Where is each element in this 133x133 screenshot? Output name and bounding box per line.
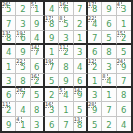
cell-r6c1[interactable]: 3: [2, 74, 16, 88]
digit-r8c6: 5: [77, 105, 82, 114]
cell-r6c7[interactable]: 1: [88, 74, 102, 88]
digit-r7c6: 9: [77, 91, 82, 100]
cell-r7c1[interactable]: 6: [2, 88, 16, 102]
digit-r8c9: 6: [121, 105, 126, 114]
cell-r9c2[interactable]: 41: [16, 117, 30, 131]
cell-r5c3[interactable]: 6: [31, 59, 45, 73]
digit-r9c5: 7: [63, 120, 68, 129]
digit-r6c9: 7: [121, 76, 126, 85]
digit-r9c6: 8: [77, 120, 82, 129]
cell-r6c3[interactable]: 162: [31, 74, 45, 88]
cell-r3c7[interactable]: 7: [88, 31, 102, 45]
digit-r8c7: 9: [92, 105, 97, 114]
digit-r4c6: 3: [77, 48, 82, 57]
cell-r2c9[interactable]: 1: [117, 16, 131, 30]
digit-r2c6: 2: [77, 19, 82, 28]
digit-r6c3: 2: [34, 76, 39, 85]
digit-r7c8: 1: [106, 91, 111, 100]
digit-r3c9: 2: [121, 33, 126, 42]
digit-r4c5: 2: [63, 48, 68, 57]
digit-r5c9: 9: [121, 62, 126, 71]
cell-r9c5[interactable]: 7: [59, 117, 73, 131]
digit-r7c9: 8: [121, 91, 126, 100]
digit-r7c2: 7: [20, 91, 25, 100]
digit-r3c8: 5: [106, 33, 111, 42]
digit-r9c1: 9: [6, 120, 11, 129]
digit-r4c8: 8: [106, 48, 111, 57]
cell-r3c9[interactable]: 152: [117, 31, 131, 45]
cell-r3c2[interactable]: 196: [16, 31, 30, 45]
digit-r5c5: 8: [63, 62, 68, 71]
digit-r9c9: 4: [121, 120, 126, 129]
digit-r7c1: 6: [6, 91, 11, 100]
cell-r1c2[interactable]: 2: [16, 2, 30, 16]
cell-r3c1[interactable]: 138: [2, 31, 16, 45]
digit-r3c3: 4: [34, 33, 39, 42]
digit-r6c1: 3: [6, 76, 11, 85]
digit-r4c2: 9: [20, 48, 25, 57]
digit-r8c1: 2: [6, 105, 11, 114]
digit-r7c4: 2: [49, 91, 54, 100]
cell-r8c2[interactable]: 4: [16, 102, 30, 116]
digit-r7c3: 5: [34, 91, 39, 100]
digit-r3c1: 8: [6, 33, 11, 42]
cell-r2c7[interactable]: 224: [88, 16, 102, 30]
digit-r1c7: 8: [92, 5, 97, 14]
cell-r4c4[interactable]: 1: [45, 45, 59, 59]
cell-r9c4[interactable]: 6: [45, 117, 59, 131]
cell-r5c2[interactable]: 225: [16, 59, 30, 73]
cell-r8c5[interactable]: 1: [59, 102, 73, 116]
cell-r7c3[interactable]: 5: [31, 88, 45, 102]
digit-r4c3: 7: [34, 48, 39, 57]
digit-r5c6: 4: [77, 62, 82, 71]
digit-r8c2: 4: [20, 105, 25, 114]
cell-r6c2[interactable]: 8: [16, 74, 30, 88]
cell-r1c1[interactable]: 265: [2, 2, 16, 16]
cell-r7c6[interactable]: 149: [74, 88, 88, 102]
cell-r7c2[interactable]: 267: [16, 88, 30, 102]
digit-r2c3: 9: [34, 19, 39, 28]
digit-r1c3: 1: [34, 5, 39, 14]
cell-r2c6[interactable]: 2: [74, 16, 88, 30]
cell-r1c3[interactable]: 51: [31, 2, 45, 16]
digit-r2c2: 3: [20, 19, 25, 28]
cell-r4c3[interactable]: 147: [31, 45, 45, 59]
cell-r1c8[interactable]: 9: [102, 2, 116, 16]
cell-r3c5[interactable]: 3: [59, 31, 73, 45]
digit-r8c5: 1: [63, 105, 68, 114]
cell-r8c8[interactable]: 7: [102, 102, 116, 116]
cell-r2c2[interactable]: 3: [16, 16, 30, 30]
cell-r6c6[interactable]: 6: [74, 74, 88, 88]
digit-r2c9: 1: [121, 19, 126, 28]
cell-r4c6[interactable]: 3: [74, 45, 88, 59]
cell-r8c6[interactable]: 5: [74, 102, 88, 116]
digit-r9c2: 1: [20, 120, 25, 129]
cell-r5c1[interactable]: 1: [2, 59, 16, 73]
cell-r7c8[interactable]: 1: [102, 88, 116, 102]
cell-r9c8[interactable]: 2: [102, 117, 116, 131]
cell-r4c8[interactable]: 8: [102, 45, 116, 59]
cell-r4c9[interactable]: 5: [117, 45, 131, 59]
cell-r2c4[interactable]: 178: [45, 16, 59, 30]
cell-r1c9[interactable]: 43: [117, 2, 131, 16]
digit-r4c1: 4: [6, 48, 11, 57]
digit-r7c7: 3: [92, 91, 97, 100]
digit-r2c7: 4: [92, 19, 97, 28]
cell-r4c1[interactable]: 4: [2, 45, 16, 59]
digit-r7c5: 4: [63, 91, 68, 100]
digit-r4c9: 5: [121, 48, 126, 57]
digit-r1c1: 5: [6, 5, 11, 14]
cell-r6c4[interactable]: 5: [45, 74, 59, 88]
cell-r3c6[interactable]: 1: [74, 31, 88, 45]
cell-r5c5[interactable]: 8: [59, 59, 73, 73]
digit-r1c5: 6: [63, 5, 68, 14]
digit-r2c5: 5: [63, 19, 68, 28]
cell-r3c3[interactable]: 4: [31, 31, 45, 45]
digit-r9c3: 3: [34, 120, 39, 129]
cell-r3c8[interactable]: 5: [102, 31, 116, 45]
digit-r5c3: 6: [34, 62, 39, 71]
digit-r4c7: 6: [92, 48, 97, 57]
cell-r2c5[interactable]: 85: [59, 16, 73, 30]
cell-r4c2[interactable]: 9: [16, 45, 30, 59]
digit-r3c6: 1: [77, 33, 82, 42]
digit-r3c4: 9: [49, 33, 54, 42]
cell-r9c1[interactable]: 9: [2, 117, 16, 131]
digit-r1c6: 7: [77, 5, 82, 14]
digit-r8c3: 8: [34, 105, 39, 114]
cell-r1c7[interactable]: 178: [88, 2, 102, 16]
digit-r6c6: 6: [77, 76, 82, 85]
digit-r5c1: 1: [6, 62, 11, 71]
cell-r3c4[interactable]: 9: [45, 31, 59, 45]
cell-r7c4[interactable]: 2: [45, 88, 59, 102]
cell-r5c6[interactable]: 4: [74, 59, 88, 73]
digit-r6c8: 4: [106, 76, 111, 85]
cell-r2c1[interactable]: 7: [2, 16, 16, 30]
cell-r8c7[interactable]: 289: [88, 102, 102, 116]
cell-r7c5[interactable]: 54: [59, 88, 73, 102]
digit-r5c8: 3: [106, 62, 111, 71]
digit-r1c4: 4: [49, 5, 54, 14]
digit-r4c4: 1: [49, 48, 54, 57]
digit-r2c8: 6: [106, 19, 111, 28]
digit-r5c4: 7: [49, 62, 54, 71]
digit-r5c7: 2: [92, 62, 97, 71]
digit-r6c2: 8: [20, 76, 25, 85]
cell-r1c6[interactable]: 7: [74, 2, 88, 16]
digit-r3c7: 7: [92, 33, 97, 42]
cell-r4c5[interactable]: 112: [59, 45, 73, 59]
digit-r1c2: 2: [20, 5, 25, 14]
digit-r1c8: 9: [106, 5, 111, 14]
digit-r9c8: 2: [106, 120, 111, 129]
cell-r2c3[interactable]: 9: [31, 16, 45, 30]
digit-r5c2: 5: [20, 62, 25, 71]
cell-r8c4[interactable]: 163: [45, 102, 59, 116]
cell-r1c4[interactable]: 4: [45, 2, 59, 16]
cell-r4c7[interactable]: 6: [88, 45, 102, 59]
cell-r5c8[interactable]: 3: [102, 59, 116, 73]
digit-r1c9: 3: [121, 5, 126, 14]
cell-r2c8[interactable]: 6: [102, 16, 116, 30]
cell-r6c5[interactable]: 9: [59, 74, 73, 88]
cell-r8c3[interactable]: 8: [31, 102, 45, 116]
digit-r6c7: 1: [92, 76, 97, 85]
cell-r7c9[interactable]: 8: [117, 88, 131, 102]
digit-r2c4: 8: [49, 19, 54, 28]
cell-r5c9[interactable]: 249: [117, 59, 131, 73]
sudoku-board: 2652514166717894373917885222461138196493…: [0, 0, 133, 133]
cell-r9c7[interactable]: 5: [88, 117, 102, 131]
cell-r6c8[interactable]: 84: [102, 74, 116, 88]
cell-r8c1[interactable]: 112: [2, 102, 16, 116]
cell-r5c4[interactable]: 197: [45, 59, 59, 73]
digit-r9c4: 6: [49, 120, 54, 129]
digit-r3c5: 3: [63, 33, 68, 42]
digit-r2c1: 7: [6, 19, 11, 28]
digit-r3c2: 6: [20, 33, 25, 42]
cell-r6c9[interactable]: 7: [117, 74, 131, 88]
cell-r9c3[interactable]: 3: [31, 117, 45, 131]
cell-r5c7[interactable]: 122: [88, 59, 102, 73]
cell-r9c6[interactable]: 138: [74, 117, 88, 131]
cell-r9c9[interactable]: 4: [117, 117, 131, 131]
digit-r6c5: 9: [63, 76, 68, 85]
digit-r6c4: 5: [49, 76, 54, 85]
digit-r9c7: 5: [92, 120, 97, 129]
digit-r8c4: 3: [49, 105, 54, 114]
digit-r8c8: 7: [106, 105, 111, 114]
cell-r7c7[interactable]: 3: [88, 88, 102, 102]
cell-r8c9[interactable]: 6: [117, 102, 131, 116]
cell-r1c5[interactable]: 166: [59, 2, 73, 16]
